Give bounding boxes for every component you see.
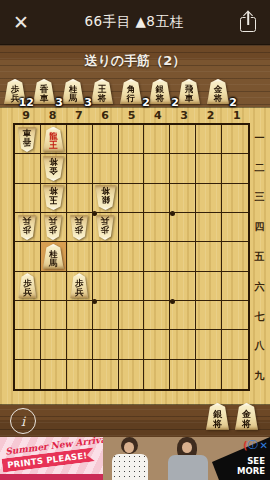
board-cell-8-3[interactable]: 玉将: [41, 184, 67, 213]
shogi-piece-hisha-undefined: 飛車: [178, 79, 200, 104]
polka-dot-top: [112, 454, 148, 480]
board-cell-9-6[interactable]: 歩兵: [15, 272, 41, 301]
board-cell-7-7[interactable]: [67, 301, 93, 330]
gote-hand-tray: 歩兵12香車3桂馬3王将角行2銀将2飛車金将2: [4, 79, 236, 105]
piece-wrapper: 金将: [235, 403, 259, 430]
gote-hand-kyosha: 香車3: [33, 79, 56, 105]
hand-count: 2: [142, 96, 150, 109]
board-cell-9-5[interactable]: [15, 242, 41, 271]
piece-wrapper: 玉将: [43, 185, 64, 210]
piece-kanji: 歩兵: [75, 216, 84, 234]
board-cell-8-6[interactable]: [41, 272, 67, 301]
piece-wrapper: 歩兵: [18, 215, 36, 240]
rank-label-9: 九: [251, 361, 268, 391]
board-cell-6-8[interactable]: [93, 330, 119, 359]
hand-count: 12: [19, 96, 34, 109]
file-label-2: 2: [197, 108, 223, 123]
gote-hand-keima: 桂馬3: [62, 79, 85, 105]
file-label-6: 6: [92, 108, 118, 123]
board-cell-2-5[interactable]: [196, 242, 222, 271]
piece-wrapper: 角行: [120, 79, 143, 104]
piece-wrapper: 飛車: [178, 79, 201, 104]
board-cell-5-6[interactable]: [119, 272, 145, 301]
rank-label-2: 二: [251, 153, 268, 183]
board-cell-1-8[interactable]: [222, 330, 248, 359]
board-cell-2-6[interactable]: [196, 272, 222, 301]
board-cell-7-9[interactable]: [67, 360, 93, 389]
piece-kanji: 金将: [49, 157, 58, 175]
piece-wrapper: 桂馬: [62, 79, 85, 104]
ad-banner[interactable]: Summer New Arrivals PRINTS PLEASE! SEE M…: [0, 437, 270, 480]
gote-hand-kinsho: 金将2: [207, 79, 230, 105]
board-cell-8-9[interactable]: [41, 360, 67, 389]
board-cell-1-7[interactable]: [222, 301, 248, 330]
piece-kanji: 香車: [40, 85, 49, 103]
board-cell-2-7[interactable]: [196, 301, 222, 330]
board-cell-6-9[interactable]: [93, 360, 119, 389]
board-cell-8-2[interactable]: 金将: [41, 154, 67, 183]
piece-kanji: 銀将: [213, 409, 222, 429]
shogi-piece-fuhyo-gote[interactable]: 歩兵: [70, 215, 88, 240]
board-cell-4-1[interactable]: [144, 125, 170, 154]
board-cell-7-6[interactable]: 歩兵: [67, 272, 93, 301]
board-cell-6-6[interactable]: [93, 272, 119, 301]
rank-label-4: 四: [251, 212, 268, 242]
shogi-piece-fuhyo-gote[interactable]: 歩兵: [44, 215, 62, 240]
file-label-3: 3: [171, 108, 197, 123]
gote-hand-fuhyo: 歩兵12: [4, 79, 27, 105]
board-cell-1-6[interactable]: [222, 272, 248, 301]
shogi-piece-ryuo-sente[interactable]: 龍王: [43, 127, 64, 152]
shogi-piece-kinsho-gote[interactable]: 金将: [43, 156, 64, 181]
file-label-1: 1: [224, 108, 250, 123]
ad-corner-icons: ( ⓘ ✕: [243, 438, 268, 452]
problem-title: 送りの手筋（2）: [0, 52, 270, 70]
board-cell-3-8[interactable]: [170, 330, 196, 359]
board-cell-3-1[interactable]: [170, 125, 196, 154]
board-cell-3-5[interactable]: [170, 242, 196, 271]
board-cell-6-5[interactable]: [93, 242, 119, 271]
piece-kanji: 龍王: [49, 132, 58, 150]
board-cell-4-4[interactable]: [144, 213, 170, 242]
board-cell-2-1[interactable]: [196, 125, 222, 154]
board-cell-9-1[interactable]: 香車: [15, 125, 41, 154]
shogi-piece-kinsho-undefined[interactable]: 金将: [235, 403, 258, 430]
file-label-8: 8: [39, 108, 65, 123]
ad-info-icon[interactable]: ⓘ: [248, 438, 258, 452]
board-cell-5-2[interactable]: [119, 154, 145, 183]
gote-hand-osho: 王将: [91, 79, 114, 105]
piece-kanji: 歩兵: [49, 216, 58, 234]
file-label-7: 7: [66, 108, 92, 123]
board-cell-2-8[interactable]: [196, 330, 222, 359]
board-cell-1-9[interactable]: [222, 360, 248, 389]
rank-label-6: 六: [251, 272, 268, 302]
piece-wrapper: 金将: [43, 156, 64, 181]
board-cell-3-2[interactable]: [170, 154, 196, 183]
rank-label-7: 七: [251, 302, 268, 332]
piece-kanji: 金将: [214, 85, 223, 103]
board-cell-6-3[interactable]: 銀将: [93, 184, 119, 213]
shogi-piece-fuhyo-sente[interactable]: 歩兵: [70, 273, 88, 298]
share-icon[interactable]: [239, 11, 257, 33]
board-cell-9-2[interactable]: [15, 154, 41, 183]
piece-wrapper: 桂馬: [43, 244, 64, 269]
piece-wrapper: 王将: [91, 79, 114, 104]
app-screen: ✕ 66手目 ▲8五桂 送りの手筋（2） 歩兵12香車3桂馬3王将角行2銀将2飛…: [0, 0, 270, 480]
piece-wrapper: 歩兵: [96, 215, 114, 240]
board-cell-2-2[interactable]: [196, 154, 222, 183]
board-cell-8-8[interactable]: [41, 330, 67, 359]
shogi-piece-kyosha-gote[interactable]: 香車: [18, 127, 36, 152]
board-cell-4-5[interactable]: [144, 242, 170, 271]
board-cell-1-1[interactable]: [222, 125, 248, 154]
gote-hand-ginsho: 銀将2: [149, 79, 172, 105]
grey-top: [168, 455, 208, 480]
gote-hand-hisha: 飛車: [178, 79, 201, 105]
piece-kanji: 歩兵: [23, 279, 32, 297]
shogi-piece-fuhyo-gote[interactable]: 歩兵: [18, 215, 36, 240]
file-label-5: 5: [118, 108, 144, 123]
shogi-piece-osho-undefined: 王将: [91, 79, 113, 104]
shogi-piece-fuhyo-sente[interactable]: 歩兵: [18, 273, 36, 298]
board-cell-4-8[interactable]: [144, 330, 170, 359]
close-icon[interactable]: ✕: [13, 13, 29, 32]
piece-kanji: 銀将: [156, 85, 165, 103]
piece-wrapper: 龍王: [43, 127, 64, 152]
sente-hand-tray: 銀将金将: [206, 403, 264, 431]
ad-cta-label[interactable]: SEE MORE: [237, 457, 265, 476]
piece-kanji: 香車: [23, 128, 32, 146]
board-cell-5-7[interactable]: [119, 301, 145, 330]
hand-count: 3: [84, 96, 92, 109]
board-cell-5-3[interactable]: [119, 184, 145, 213]
board-cell-7-1[interactable]: [67, 125, 93, 154]
piece-wrapper: 銀将: [206, 403, 230, 430]
piece-wrapper: 歩兵: [70, 273, 88, 298]
board-cell-4-3[interactable]: [144, 184, 170, 213]
rank-label-5: 五: [251, 242, 268, 272]
piece-wrapper: 香車: [18, 127, 36, 152]
shogi-piece-keima-sente[interactable]: 桂馬: [43, 244, 64, 269]
shogi-piece-gyokusho-gote[interactable]: 玉将: [43, 185, 64, 210]
board-cell-8-4[interactable]: 歩兵: [41, 213, 67, 242]
shogi-piece-ginsho-gote[interactable]: 銀将: [95, 185, 116, 210]
board-cell-9-4[interactable]: 歩兵: [15, 213, 41, 242]
file-label-9: 9: [13, 108, 39, 123]
board-cell-8-1[interactable]: 龍王: [41, 125, 67, 154]
piece-kanji: 歩兵: [101, 216, 110, 234]
piece-kanji: 桂馬: [49, 250, 58, 268]
board-cell-5-1[interactable]: [119, 125, 145, 154]
board-cell-6-2[interactable]: [93, 154, 119, 183]
ad-left-panel: Summer New Arrivals PRINTS PLEASE!: [0, 437, 103, 480]
board-cell-7-3[interactable]: [67, 184, 93, 213]
board-cell-3-6[interactable]: [170, 272, 196, 301]
gote-hand-kakugyo: 角行2: [120, 79, 143, 105]
board-cell-4-7[interactable]: [144, 301, 170, 330]
board-cell-1-3[interactable]: [222, 184, 248, 213]
board-cell-7-4[interactable]: 歩兵: [67, 213, 93, 242]
ad-model-2: [164, 437, 210, 480]
board-cell-8-5[interactable]: 桂馬: [41, 242, 67, 271]
piece-wrapper: 金将: [207, 79, 230, 104]
board-cell-6-1[interactable]: [93, 125, 119, 154]
ad-model-1: [109, 437, 151, 480]
shogi-piece-fuhyo-gote[interactable]: 歩兵: [96, 215, 114, 240]
piece-kanji: 歩兵: [75, 279, 84, 297]
rank-labels: 一二三四五六七八九: [251, 123, 268, 391]
board-cell-2-9[interactable]: [196, 360, 222, 389]
board-cell-9-7[interactable]: [15, 301, 41, 330]
shogi-piece-kyosha-undefined: 香車: [33, 79, 55, 104]
board-cell-4-2[interactable]: [144, 154, 170, 183]
piece-kanji: 角行: [127, 85, 136, 103]
shogi-piece-kakugyo-undefined: 角行: [120, 79, 142, 104]
hand-count: 2: [229, 96, 237, 109]
rank-label-8: 八: [251, 331, 268, 361]
board-cell-2-4[interactable]: [196, 213, 222, 242]
file-label-4: 4: [145, 108, 171, 123]
face: [182, 442, 192, 453]
sente-hand-kinsho[interactable]: 金将: [235, 403, 259, 431]
piece-wrapper: 歩兵: [44, 215, 62, 240]
board-cell-3-9[interactable]: [170, 360, 196, 389]
shogi-piece-keima-undefined: 桂馬: [62, 79, 84, 104]
board-cell-5-9[interactable]: [119, 360, 145, 389]
shogi-piece-ginsho-undefined[interactable]: 銀将: [206, 403, 229, 430]
board-cell-9-9[interactable]: [15, 360, 41, 389]
board-cell-7-2[interactable]: [67, 154, 93, 183]
board-cell-4-6[interactable]: [144, 272, 170, 301]
board-cell-6-4[interactable]: 歩兵: [93, 213, 119, 242]
shogi-piece-ginsho-undefined: 銀将: [149, 79, 171, 104]
sente-hand-ginsho[interactable]: 銀将: [206, 403, 230, 431]
board-cell-1-5[interactable]: [222, 242, 248, 271]
board-cell-7-5[interactable]: [67, 242, 93, 271]
piece-kanji: 歩兵: [23, 216, 32, 234]
info-button[interactable]: i: [10, 408, 36, 434]
board-cell-3-4[interactable]: [170, 213, 196, 242]
board-cell-5-5[interactable]: [119, 242, 145, 271]
board-cell-9-3[interactable]: [15, 184, 41, 213]
piece-kanji: 飛車: [185, 85, 194, 103]
board-cell-6-7[interactable]: [93, 301, 119, 330]
board-cell-1-4[interactable]: [222, 213, 248, 242]
board-cell-4-9[interactable]: [144, 360, 170, 389]
rank-label-3: 三: [251, 183, 268, 213]
piece-kanji: 金将: [242, 409, 251, 429]
board-cell-9-8[interactable]: [15, 330, 41, 359]
board-cell-8-7[interactable]: [41, 301, 67, 330]
board-cell-3-7[interactable]: [170, 301, 196, 330]
rank-label-1: 一: [251, 123, 268, 153]
hand-count: 3: [55, 96, 63, 109]
ad-strip: [0, 474, 103, 480]
shogi-piece-kinsho-undefined: 金将: [207, 79, 229, 104]
file-labels: 987654321: [13, 108, 250, 123]
ad-photo: [103, 437, 212, 480]
board-cell-7-8[interactable]: [67, 330, 93, 359]
top-bar: ✕ 66手目 ▲8五桂: [0, 0, 270, 44]
piece-wrapper: 歩兵: [70, 215, 88, 240]
board-cell-2-3[interactable]: [196, 184, 222, 213]
piece-wrapper: 銀将: [95, 185, 116, 210]
ad-close-icon[interactable]: ✕: [260, 440, 268, 451]
board-cell-3-3[interactable]: [170, 184, 196, 213]
piece-wrapper: 銀将: [149, 79, 172, 104]
piece-kanji: 王将: [98, 85, 107, 103]
board-cell-5-4[interactable]: [119, 213, 145, 242]
move-title: 66手目 ▲8五桂: [84, 13, 183, 31]
piece-wrapper: 歩兵: [18, 273, 36, 298]
shogi-board: 987654321 一二三四五六七八九 香車龍王金将玉将銀将歩兵歩兵歩兵歩兵桂馬…: [0, 107, 270, 405]
piece-kanji: 桂馬: [69, 85, 78, 103]
board-cell-1-2[interactable]: [222, 154, 248, 183]
board-grid: 香車龍王金将玉将銀将歩兵歩兵歩兵歩兵桂馬歩兵歩兵: [13, 123, 250, 391]
piece-wrapper: 香車: [33, 79, 56, 104]
piece-kanji: 玉将: [49, 186, 58, 204]
face: [124, 442, 134, 453]
hand-count: 2: [171, 96, 179, 109]
board-cell-5-8[interactable]: [119, 330, 145, 359]
piece-kanji: 銀将: [101, 186, 110, 204]
